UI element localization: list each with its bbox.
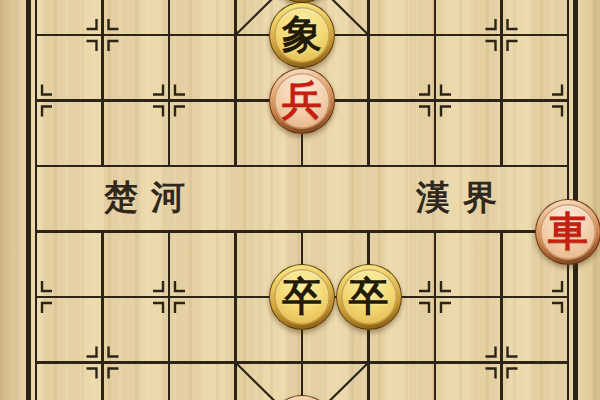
piece-red-soldier-e4[interactable]: 兵 [269, 68, 335, 134]
piece-glyph: 車 [536, 200, 600, 264]
piece-black-soldier-e7[interactable]: 卒 [269, 264, 335, 330]
piece-black-elephant-e3[interactable]: 象 [269, 2, 335, 68]
piece-black-soldier-f7[interactable]: 卒 [336, 264, 402, 330]
xiangqi-board: 楚河 漢界 将象兵車卒卒帥 [0, 0, 600, 400]
piece-glyph: 卒 [337, 265, 401, 329]
piece-glyph: 象 [270, 3, 334, 67]
piece-red-chariot-i6[interactable]: 車 [535, 199, 600, 265]
piece-glyph: 卒 [270, 265, 334, 329]
piece-red-general-e9[interactable]: 帥 [269, 395, 335, 400]
pieces-layer: 将象兵車卒卒帥 [3, 0, 600, 400]
piece-glyph: 兵 [270, 69, 334, 133]
piece-glyph: 帥 [270, 396, 334, 400]
